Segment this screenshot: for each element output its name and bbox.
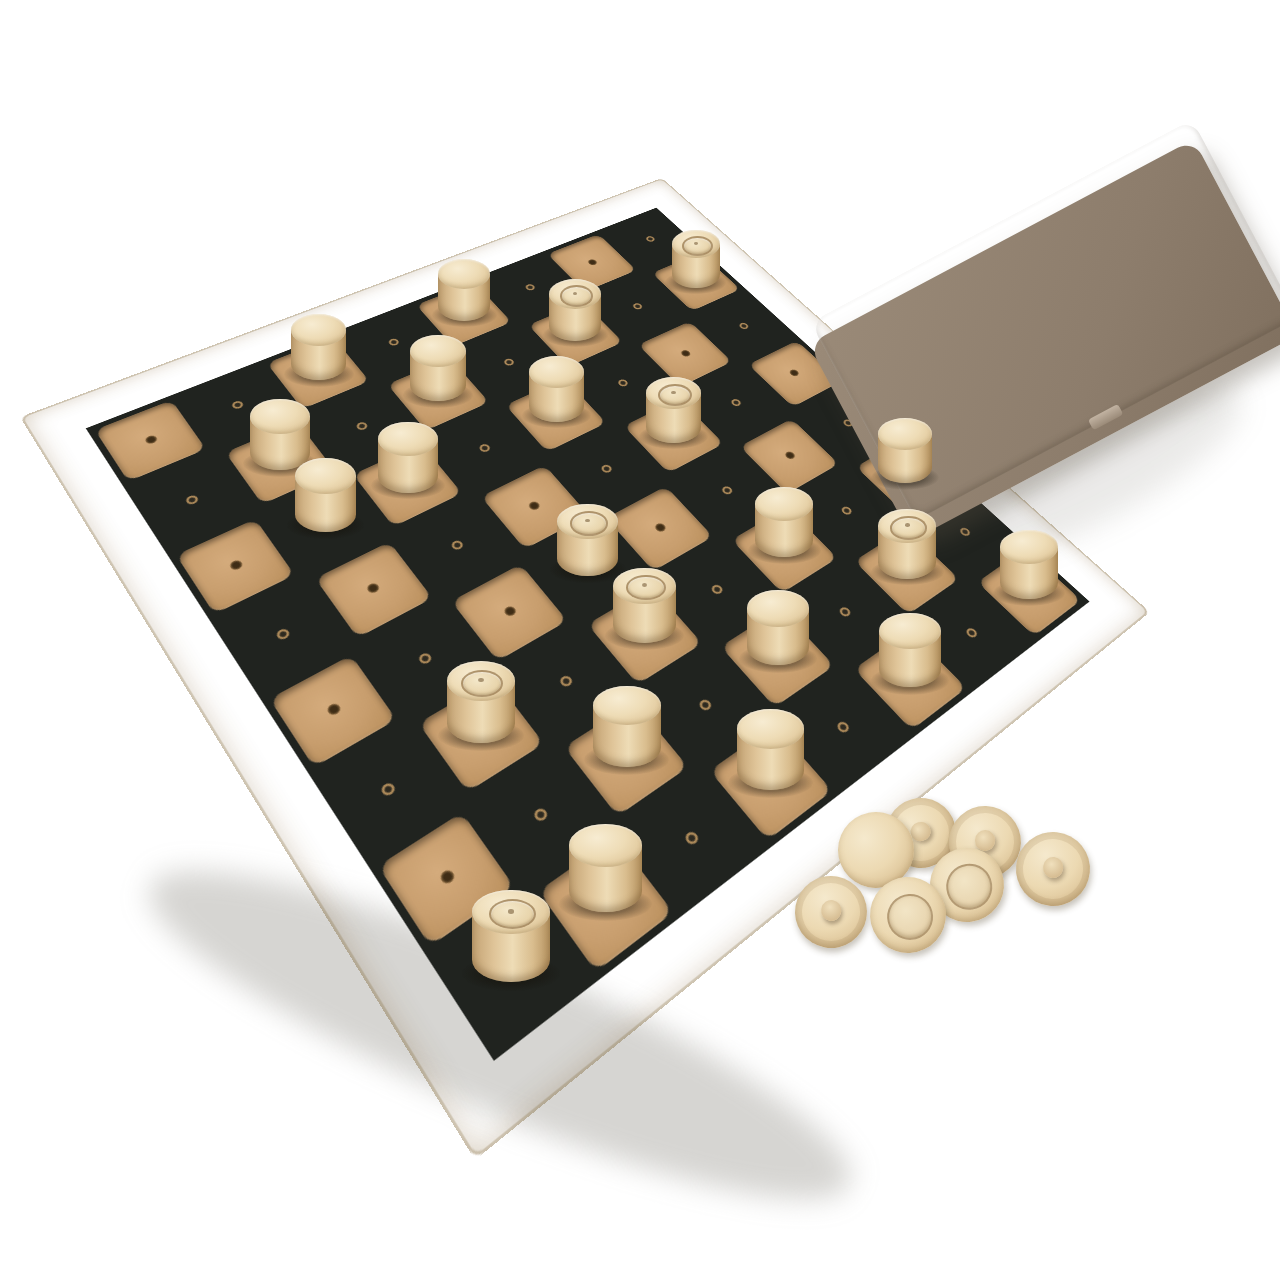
peg-hole [558,675,574,689]
ring-center-dot [671,391,675,394]
peg-hole [438,868,456,886]
ringed-piece-f7[interactable] [549,279,601,341]
king-ring-groove [944,861,995,912]
peg-hole [325,702,342,717]
peg-hole [653,522,667,533]
piece-top [378,422,437,456]
piece-top [295,458,356,494]
smooth-piece-c2[interactable] [593,686,661,767]
ringed-piece-b3[interactable] [447,661,515,743]
piece-peg [975,830,996,851]
peg-hole [958,526,971,537]
peg-hole [600,464,614,475]
ringed-piece-a1[interactable] [472,890,549,983]
peg-hole [679,349,692,358]
peg-hole [527,500,541,511]
ringed-piece-g2[interactable] [878,509,936,579]
smooth-piece-b1[interactable] [569,824,643,912]
king-ring-groove [886,892,935,941]
ring-center-dot [905,523,910,526]
king-ring-groove [489,899,536,929]
peg-hole [184,494,199,506]
peg-hole [502,605,517,618]
peg-hole [502,358,515,367]
king-ring-groove [560,285,593,307]
peg-hole [450,539,465,551]
piece-top [410,335,465,367]
piece-top [878,418,932,449]
smooth-piece-b6[interactable] [295,458,356,532]
king-ring-groove [626,575,665,600]
piece-peg [820,899,843,922]
peg-hole [532,806,549,822]
peg-hole [835,720,851,734]
peg-hole [231,400,245,410]
king-ring-groove [890,516,926,540]
ringed-piece-h7[interactable] [672,230,721,288]
piece-top [569,824,643,867]
loose-piece-bottom[interactable] [1012,828,1093,909]
smooth-piece-h3[interactable] [878,418,932,483]
smooth-piece-d1[interactable] [737,709,804,790]
peg-hole [387,337,400,346]
ring-center-dot [694,242,698,245]
smooth-piece-f1[interactable] [879,613,941,688]
peg-hole [645,235,657,242]
peg-hole [478,443,492,453]
ring-center-dot [642,583,647,587]
peg-hole [631,302,643,310]
piece-top [737,709,804,748]
peg-hole [738,322,750,330]
peg-hole [143,434,158,445]
king-ring-groove [461,670,503,697]
peg-hole [379,782,397,798]
piece-peg [1042,856,1065,879]
peg-hole [355,421,369,431]
piece-top [250,399,309,433]
smooth-piece-e8[interactable] [438,259,490,321]
peg-hole [788,368,800,377]
peg-hole [840,506,854,517]
peg-hole [228,559,244,572]
peg-hole [783,450,796,460]
smooth-piece-h1[interactable] [1000,530,1058,599]
smooth-piece-d7[interactable] [410,335,465,401]
product-photo-scene: { "game": "checkers", "variant": "tactil… [0,0,1280,1280]
ring-center-dot [508,909,514,914]
peg-hole [697,698,713,712]
peg-hole [524,283,536,291]
king-ring-groove [570,511,608,536]
peg-hole [683,830,700,847]
piece-top [1000,530,1058,563]
peg-hole [417,651,433,665]
piece-top [747,590,810,626]
peg-hole [710,584,725,596]
king-ring-groove [682,236,713,256]
smooth-piece-c6[interactable] [378,422,437,493]
piece-top [438,259,490,289]
smooth-piece-e2[interactable] [747,590,810,665]
peg-hole [275,628,291,642]
peg-hole [366,582,382,595]
peg-hole [730,398,743,407]
ringed-piece-d3[interactable] [613,568,676,643]
smooth-piece-f3[interactable] [755,487,813,557]
smooth-piece-c8[interactable] [291,314,347,381]
piece-top [879,613,941,649]
peg-hole [720,485,734,496]
ringed-piece-d4[interactable] [557,504,618,577]
peg-hole [586,258,598,266]
ringed-piece-f5[interactable] [646,377,701,443]
peg-hole [617,378,630,387]
piece-top [529,356,584,388]
piece-top [291,314,347,346]
peg-hole [965,627,979,639]
smooth-piece-e6[interactable] [529,356,584,422]
piece-top [593,686,661,725]
peg-hole [838,605,853,617]
